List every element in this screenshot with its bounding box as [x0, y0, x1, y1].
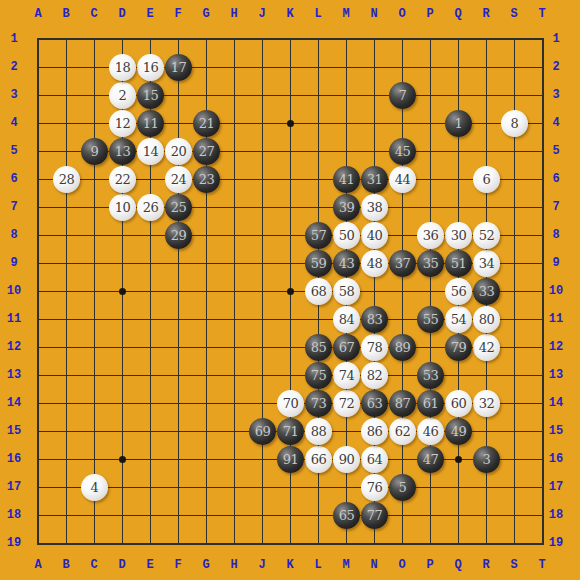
col-label-top-M: M [336, 8, 356, 20]
stone-white-32-R14[interactable]: 32 [473, 390, 500, 417]
stone-number: 18 [109, 54, 136, 81]
stone-black-35-P9[interactable]: 35 [417, 250, 444, 277]
stone-number: 84 [333, 306, 360, 333]
col-label-bottom-J: J [252, 559, 272, 571]
col-label-top-D: D [112, 8, 132, 20]
stone-black-37-O9[interactable]: 37 [389, 250, 416, 277]
stone-number: 88 [305, 418, 332, 445]
stone-number: 12 [109, 110, 136, 137]
stone-white-48-N9[interactable]: 48 [361, 250, 388, 277]
row-label-left-4: 4 [2, 117, 26, 129]
stone-number: 22 [109, 166, 136, 193]
row-label-left-3: 3 [2, 89, 26, 101]
stone-number: 32 [473, 390, 500, 417]
col-label-top-O: O [392, 8, 412, 20]
col-label-bottom-N: N [364, 559, 384, 571]
stone-black-47-P16[interactable]: 47 [417, 446, 444, 473]
col-label-bottom-R: R [476, 559, 496, 571]
stone-black-79-Q12[interactable]: 79 [445, 334, 472, 361]
stone-number: 57 [305, 222, 332, 249]
stone-white-74-M13[interactable]: 74 [333, 362, 360, 389]
stone-number: 85 [305, 334, 332, 361]
stone-black-89-O12[interactable]: 89 [389, 334, 416, 361]
stone-white-88-L15[interactable]: 88 [305, 418, 332, 445]
stone-black-67-M12[interactable]: 67 [333, 334, 360, 361]
stone-white-36-P8[interactable]: 36 [417, 222, 444, 249]
stone-number: 67 [333, 334, 360, 361]
stone-number: 8 [501, 110, 528, 137]
row-label-left-6: 6 [2, 173, 26, 185]
stone-number: 61 [417, 390, 444, 417]
stone-black-11-E4[interactable]: 11 [137, 110, 164, 137]
stone-white-2-D3[interactable]: 2 [109, 82, 136, 109]
stone-number: 60 [445, 390, 472, 417]
stone-white-76-N17[interactable]: 76 [361, 474, 388, 501]
col-label-bottom-G: G [196, 559, 216, 571]
grid-hline-17 [38, 487, 543, 488]
col-label-bottom-O: O [392, 559, 412, 571]
stone-black-73-L14[interactable]: 73 [305, 390, 332, 417]
stone-white-72-M14[interactable]: 72 [333, 390, 360, 417]
stone-white-60-Q14[interactable]: 60 [445, 390, 472, 417]
stone-number: 49 [445, 418, 472, 445]
row-label-left-11: 11 [2, 313, 26, 325]
row-label-left-12: 12 [2, 341, 26, 353]
stone-number: 68 [305, 278, 332, 305]
star-point-D16 [119, 456, 126, 463]
stone-number: 15 [137, 82, 164, 109]
stone-white-54-Q11[interactable]: 54 [445, 306, 472, 333]
grid-hline-13 [38, 375, 543, 376]
stone-number: 46 [417, 418, 444, 445]
col-label-bottom-C: C [84, 559, 104, 571]
stone-number: 20 [165, 138, 192, 165]
stone-number: 2 [109, 82, 136, 109]
stone-number: 36 [417, 222, 444, 249]
stone-black-91-K16[interactable]: 91 [277, 446, 304, 473]
col-label-bottom-T: T [532, 559, 552, 571]
row-label-left-16: 16 [2, 453, 26, 465]
stone-number: 79 [445, 334, 472, 361]
row-label-right-11: 11 [544, 313, 568, 325]
row-label-left-9: 9 [2, 257, 26, 269]
stone-white-38-N7[interactable]: 38 [361, 194, 388, 221]
stone-white-52-R8[interactable]: 52 [473, 222, 500, 249]
stone-white-78-N12[interactable]: 78 [361, 334, 388, 361]
col-label-bottom-F: F [168, 559, 188, 571]
stone-number: 26 [137, 194, 164, 221]
stone-number: 11 [137, 110, 164, 137]
stone-number: 34 [473, 250, 500, 277]
stone-black-61-P14[interactable]: 61 [417, 390, 444, 417]
stone-number: 28 [53, 166, 80, 193]
row-label-left-15: 15 [2, 425, 26, 437]
stone-white-58-M10[interactable]: 58 [333, 278, 360, 305]
stone-black-53-P13[interactable]: 53 [417, 362, 444, 389]
col-label-top-L: L [308, 8, 328, 20]
stone-black-23-G6[interactable]: 23 [193, 166, 220, 193]
stone-number: 58 [333, 278, 360, 305]
stone-black-45-O5[interactable]: 45 [389, 138, 416, 165]
row-label-right-8: 8 [544, 229, 568, 241]
col-label-top-G: G [196, 8, 216, 20]
stone-white-56-Q10[interactable]: 56 [445, 278, 472, 305]
col-label-bottom-D: D [112, 559, 132, 571]
stone-number: 51 [445, 250, 472, 277]
stone-number: 45 [389, 138, 416, 165]
stone-number: 21 [193, 110, 220, 137]
stone-white-14-E5[interactable]: 14 [137, 138, 164, 165]
stone-number: 87 [389, 390, 416, 417]
row-label-left-1: 1 [2, 33, 26, 45]
row-label-left-18: 18 [2, 509, 26, 521]
stone-number: 37 [389, 250, 416, 277]
stone-white-44-O6[interactable]: 44 [389, 166, 416, 193]
col-label-top-C: C [84, 8, 104, 20]
col-label-bottom-P: P [420, 559, 440, 571]
grid-hline-18 [38, 515, 543, 516]
stone-number: 52 [473, 222, 500, 249]
row-label-right-14: 14 [544, 397, 568, 409]
col-label-bottom-M: M [336, 559, 356, 571]
stone-number: 43 [333, 250, 360, 277]
stone-white-84-M11[interactable]: 84 [333, 306, 360, 333]
row-label-left-17: 17 [2, 481, 26, 493]
stone-black-15-E3[interactable]: 15 [137, 82, 164, 109]
stone-black-7-O3[interactable]: 7 [389, 82, 416, 109]
col-label-bottom-A: A [28, 559, 48, 571]
stone-number: 90 [333, 446, 360, 473]
stone-black-57-L8[interactable]: 57 [305, 222, 332, 249]
stone-number: 9 [81, 138, 108, 165]
stone-number: 65 [333, 502, 360, 529]
stone-black-17-F2[interactable]: 17 [165, 54, 192, 81]
stone-number: 24 [165, 166, 192, 193]
stone-white-28-B6[interactable]: 28 [53, 166, 80, 193]
stone-white-82-N13[interactable]: 82 [361, 362, 388, 389]
row-label-right-18: 18 [544, 509, 568, 521]
stone-black-39-M7[interactable]: 39 [333, 194, 360, 221]
row-label-left-13: 13 [2, 369, 26, 381]
col-label-top-Q: Q [448, 8, 468, 20]
stone-number: 41 [333, 166, 360, 193]
stone-number: 69 [249, 418, 276, 445]
stone-number: 62 [389, 418, 416, 445]
grid-vline-O [402, 39, 403, 544]
row-label-right-6: 6 [544, 173, 568, 185]
stone-white-40-N8[interactable]: 40 [361, 222, 388, 249]
row-label-right-5: 5 [544, 145, 568, 157]
stone-number: 75 [305, 362, 332, 389]
stone-white-24-F6[interactable]: 24 [165, 166, 192, 193]
stone-white-42-R12[interactable]: 42 [473, 334, 500, 361]
stone-number: 23 [193, 166, 220, 193]
row-label-right-2: 2 [544, 61, 568, 73]
stone-number: 54 [445, 306, 472, 333]
row-label-right-19: 19 [544, 537, 568, 549]
col-label-top-B: B [56, 8, 76, 20]
stone-black-33-R10[interactable]: 33 [473, 278, 500, 305]
stone-black-1-Q4[interactable]: 1 [445, 110, 472, 137]
stone-number: 1 [445, 110, 472, 137]
row-label-left-5: 5 [2, 145, 26, 157]
row-label-right-3: 3 [544, 89, 568, 101]
row-label-right-7: 7 [544, 201, 568, 213]
col-label-top-H: H [224, 8, 244, 20]
star-point-K10 [287, 288, 294, 295]
col-label-bottom-E: E [140, 559, 160, 571]
stone-number: 13 [109, 138, 136, 165]
stone-number: 64 [361, 446, 388, 473]
stone-black-29-F8[interactable]: 29 [165, 222, 192, 249]
col-label-bottom-B: B [56, 559, 76, 571]
row-label-right-4: 4 [544, 117, 568, 129]
col-label-top-E: E [140, 8, 160, 20]
row-label-right-15: 15 [544, 425, 568, 437]
col-label-bottom-S: S [504, 559, 524, 571]
col-label-bottom-K: K [280, 559, 300, 571]
stone-black-77-N18[interactable]: 77 [361, 502, 388, 529]
star-point-D10 [119, 288, 126, 295]
stone-black-83-N11[interactable]: 83 [361, 306, 388, 333]
stone-number: 4 [81, 474, 108, 501]
col-label-top-K: K [280, 8, 300, 20]
stone-black-31-N6[interactable]: 31 [361, 166, 388, 193]
stone-number: 76 [361, 474, 388, 501]
row-label-right-16: 16 [544, 453, 568, 465]
stone-number: 66 [305, 446, 332, 473]
stone-number: 5 [389, 474, 416, 501]
stone-number: 3 [473, 446, 500, 473]
col-label-top-S: S [504, 8, 524, 20]
stone-number: 14 [137, 138, 164, 165]
stone-number: 70 [277, 390, 304, 417]
col-label-top-J: J [252, 8, 272, 20]
stone-white-34-R9[interactable]: 34 [473, 250, 500, 277]
stone-black-9-C5[interactable]: 9 [81, 138, 108, 165]
stone-black-5-O17[interactable]: 5 [389, 474, 416, 501]
stone-number: 27 [193, 138, 220, 165]
stone-black-59-L9[interactable]: 59 [305, 250, 332, 277]
stone-number: 72 [333, 390, 360, 417]
col-label-top-T: T [532, 8, 552, 20]
star-point-Q16 [455, 456, 462, 463]
stone-black-75-L13[interactable]: 75 [305, 362, 332, 389]
col-label-top-R: R [476, 8, 496, 20]
stone-black-25-F7[interactable]: 25 [165, 194, 192, 221]
stone-white-26-E7[interactable]: 26 [137, 194, 164, 221]
stone-white-90-M16[interactable]: 90 [333, 446, 360, 473]
stone-number: 47 [417, 446, 444, 473]
stone-number: 25 [165, 194, 192, 221]
stone-white-22-D6[interactable]: 22 [109, 166, 136, 193]
stone-number: 50 [333, 222, 360, 249]
row-label-left-2: 2 [2, 61, 26, 73]
stone-number: 33 [473, 278, 500, 305]
stone-number: 29 [165, 222, 192, 249]
row-label-right-10: 10 [544, 285, 568, 297]
stone-white-10-D7[interactable]: 10 [109, 194, 136, 221]
col-label-top-F: F [168, 8, 188, 20]
stone-white-8-S4[interactable]: 8 [501, 110, 528, 137]
stone-number: 83 [361, 306, 388, 333]
stone-black-13-D5[interactable]: 13 [109, 138, 136, 165]
stone-black-43-M9[interactable]: 43 [333, 250, 360, 277]
stone-number: 59 [305, 250, 332, 277]
stone-white-16-E2[interactable]: 16 [137, 54, 164, 81]
stone-white-66-L16[interactable]: 66 [305, 446, 332, 473]
stone-black-49-Q15[interactable]: 49 [445, 418, 472, 445]
stone-number: 86 [361, 418, 388, 445]
row-label-left-10: 10 [2, 285, 26, 297]
row-label-right-12: 12 [544, 341, 568, 353]
stone-number: 17 [165, 54, 192, 81]
stone-number: 74 [333, 362, 360, 389]
stone-number: 80 [473, 306, 500, 333]
stone-number: 56 [445, 278, 472, 305]
stone-number: 44 [389, 166, 416, 193]
row-label-right-9: 9 [544, 257, 568, 269]
row-label-right-1: 1 [544, 33, 568, 45]
stone-number: 10 [109, 194, 136, 221]
stone-white-18-D2[interactable]: 18 [109, 54, 136, 81]
stone-number: 38 [361, 194, 388, 221]
row-label-right-17: 17 [544, 481, 568, 493]
stone-number: 30 [445, 222, 472, 249]
col-label-bottom-Q: Q [448, 559, 468, 571]
row-label-left-8: 8 [2, 229, 26, 241]
row-label-left-7: 7 [2, 201, 26, 213]
stone-number: 7 [389, 82, 416, 109]
stone-number: 16 [137, 54, 164, 81]
stone-black-41-M6[interactable]: 41 [333, 166, 360, 193]
col-label-top-P: P [420, 8, 440, 20]
stone-number: 6 [473, 166, 500, 193]
stone-white-68-L10[interactable]: 68 [305, 278, 332, 305]
stone-white-62-O15[interactable]: 62 [389, 418, 416, 445]
stone-white-4-C17[interactable]: 4 [81, 474, 108, 501]
go-kifu-screen: AABBCCDDEEFFGGHHJJKKLLMMNNOOPPQQRRSSTT11… [0, 0, 580, 580]
stone-black-55-P11[interactable]: 55 [417, 306, 444, 333]
row-label-left-14: 14 [2, 397, 26, 409]
stone-number: 48 [361, 250, 388, 277]
stone-number: 42 [473, 334, 500, 361]
stone-number: 55 [417, 306, 444, 333]
stone-number: 82 [361, 362, 388, 389]
stone-number: 63 [361, 390, 388, 417]
stone-black-21-G4[interactable]: 21 [193, 110, 220, 137]
stone-black-69-J15[interactable]: 69 [249, 418, 276, 445]
stone-number: 91 [277, 446, 304, 473]
stone-number: 77 [361, 502, 388, 529]
stone-white-30-Q8[interactable]: 30 [445, 222, 472, 249]
stone-number: 71 [277, 418, 304, 445]
stone-number: 40 [361, 222, 388, 249]
stone-number: 78 [361, 334, 388, 361]
stone-white-80-R11[interactable]: 80 [473, 306, 500, 333]
stone-white-12-D4[interactable]: 12 [109, 110, 136, 137]
stone-black-3-R16[interactable]: 3 [473, 446, 500, 473]
stone-number: 39 [333, 194, 360, 221]
col-label-bottom-L: L [308, 559, 328, 571]
stone-white-70-K14[interactable]: 70 [277, 390, 304, 417]
stone-black-87-O14[interactable]: 87 [389, 390, 416, 417]
col-label-top-N: N [364, 8, 384, 20]
stone-black-27-G5[interactable]: 27 [193, 138, 220, 165]
stone-number: 73 [305, 390, 332, 417]
stone-number: 31 [361, 166, 388, 193]
stone-black-65-M18[interactable]: 65 [333, 502, 360, 529]
stone-white-6-R6[interactable]: 6 [473, 166, 500, 193]
col-label-bottom-H: H [224, 559, 244, 571]
stone-number: 89 [389, 334, 416, 361]
stone-white-50-M8[interactable]: 50 [333, 222, 360, 249]
stone-white-86-N15[interactable]: 86 [361, 418, 388, 445]
stone-black-85-L12[interactable]: 85 [305, 334, 332, 361]
col-label-top-A: A [28, 8, 48, 20]
stone-black-63-N14[interactable]: 63 [361, 390, 388, 417]
stone-black-51-Q9[interactable]: 51 [445, 250, 472, 277]
row-label-left-19: 19 [2, 537, 26, 549]
stone-black-71-K15[interactable]: 71 [277, 418, 304, 445]
stone-number: 53 [417, 362, 444, 389]
star-point-K4 [287, 120, 294, 127]
stone-number: 35 [417, 250, 444, 277]
stone-white-20-F5[interactable]: 20 [165, 138, 192, 165]
stone-white-64-N16[interactable]: 64 [361, 446, 388, 473]
stone-white-46-P15[interactable]: 46 [417, 418, 444, 445]
row-label-right-13: 13 [544, 369, 568, 381]
